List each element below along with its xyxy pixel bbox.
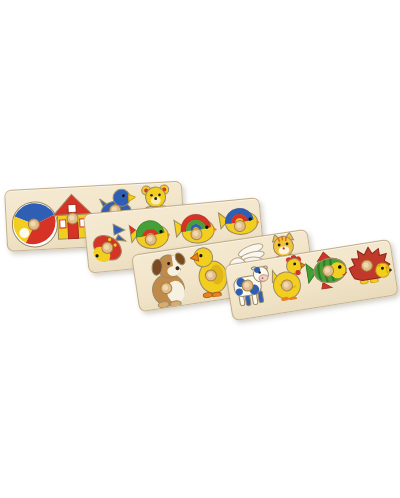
- puzzle-piece-hedgehog: [345, 243, 393, 286]
- puzzle-piece-puppy: [143, 250, 194, 310]
- puzzle-piece-fish-green-cap: [126, 212, 171, 253]
- puzzle-piece-fish-rainbow: [171, 205, 218, 247]
- puzzle-piece-fish-red: [87, 222, 129, 267]
- product-photo-wooden-puzzles: [0, 0, 400, 498]
- puzzle-piece-cow: [229, 261, 273, 309]
- puzzle-piece-fish-blue-cap: [216, 200, 261, 239]
- puzzle-piece-fish-striped: [303, 248, 352, 293]
